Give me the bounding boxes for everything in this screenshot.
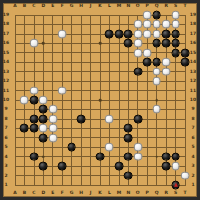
white-stone <box>143 20 152 29</box>
row-label-left: 16 <box>1 40 11 46</box>
grid-line <box>15 52 186 53</box>
white-stone <box>39 96 48 105</box>
row-label-right: 2 <box>188 173 198 179</box>
grid-line <box>90 15 91 186</box>
white-stone <box>162 20 171 29</box>
white-stone <box>39 124 48 133</box>
row-label-right: 16 <box>188 40 198 46</box>
black-stone <box>105 29 114 38</box>
row-label-left: 9 <box>1 106 11 112</box>
row-label-left: 2 <box>1 173 11 179</box>
star-point <box>99 42 102 45</box>
star-point <box>42 155 45 158</box>
white-stone <box>171 11 180 20</box>
black-stone <box>171 48 180 57</box>
black-stone <box>171 39 180 48</box>
white-stone <box>143 29 152 38</box>
white-stone <box>133 152 142 161</box>
black-stone <box>39 133 48 142</box>
grid-line <box>15 90 186 91</box>
white-stone <box>171 162 180 171</box>
go-board[interactable]: AABBCCDDEEFFGGHHJJKKLLMMNNOOPPQQRRSSTT19… <box>3 3 197 197</box>
black-stone <box>77 114 86 123</box>
star-point <box>42 42 45 45</box>
white-stone <box>133 29 142 38</box>
white-stone <box>181 171 190 180</box>
row-label-left: 5 <box>1 144 11 150</box>
grid-line <box>147 15 148 186</box>
black-stone <box>29 96 38 105</box>
row-label-right: 6 <box>188 135 198 141</box>
black-stone <box>171 152 180 161</box>
star-point <box>155 99 158 102</box>
row-label-right: 15 <box>188 50 198 56</box>
black-stone <box>124 29 133 38</box>
black-stone <box>124 171 133 180</box>
white-stone <box>133 143 142 152</box>
black-stone <box>124 124 133 133</box>
star-point <box>99 99 102 102</box>
row-label-left: 17 <box>1 31 11 37</box>
black-stone <box>133 67 142 76</box>
row-label-left: 18 <box>1 21 11 27</box>
row-label-right: 12 <box>188 78 198 84</box>
black-stone <box>67 143 76 152</box>
white-stone <box>162 58 171 67</box>
black-stone <box>39 114 48 123</box>
black-stone <box>96 152 105 161</box>
white-stone <box>20 96 29 105</box>
white-stone <box>48 133 57 142</box>
grid-line <box>185 15 186 186</box>
go-app-window: AABBCCDDEEFFGGHHJJKKLLMMNNOOPPQQRRSSTT19… <box>0 0 200 200</box>
column-label-top: T <box>180 3 190 9</box>
black-stone <box>152 11 161 20</box>
row-label-right: 19 <box>188 12 198 18</box>
star-point <box>155 155 158 158</box>
black-stone <box>181 58 190 67</box>
white-stone <box>29 39 38 48</box>
white-stone <box>143 48 152 57</box>
row-label-left: 11 <box>1 88 11 94</box>
white-stone <box>105 143 114 152</box>
grid-line <box>15 175 186 176</box>
white-stone <box>48 105 57 114</box>
black-stone <box>162 39 171 48</box>
grid-line <box>15 185 186 186</box>
black-stone <box>162 162 171 171</box>
black-stone <box>29 114 38 123</box>
white-stone <box>48 124 57 133</box>
last-move-marker <box>174 183 178 187</box>
black-stone <box>152 58 161 67</box>
row-label-right: 9 <box>188 106 198 112</box>
white-stone <box>133 20 142 29</box>
grid-line <box>119 15 120 186</box>
white-stone <box>58 86 67 95</box>
row-label-right: 3 <box>188 163 198 169</box>
grid-line <box>52 15 53 186</box>
row-label-left: 13 <box>1 69 11 75</box>
white-stone <box>48 114 57 123</box>
black-stone <box>124 152 133 161</box>
white-stone <box>133 39 142 48</box>
row-label-right: 7 <box>188 125 198 131</box>
row-label-left: 14 <box>1 59 11 65</box>
row-label-left: 4 <box>1 154 11 160</box>
black-stone <box>114 29 123 38</box>
white-stone <box>152 29 161 38</box>
column-label-bottom: T <box>180 190 190 196</box>
black-stone <box>29 152 38 161</box>
row-label-left: 6 <box>1 135 11 141</box>
grid-line <box>15 15 16 186</box>
black-stone <box>133 114 142 123</box>
white-stone <box>152 105 161 114</box>
row-label-right: 18 <box>188 21 198 27</box>
grid-line <box>81 15 82 186</box>
black-stone <box>39 162 48 171</box>
black-stone <box>162 29 171 38</box>
white-stone <box>143 11 152 20</box>
row-label-left: 1 <box>1 182 11 188</box>
black-stone <box>39 105 48 114</box>
row-label-right: 1 <box>188 182 198 188</box>
black-stone <box>29 124 38 133</box>
row-label-left: 15 <box>1 50 11 56</box>
white-stone <box>58 29 67 38</box>
row-label-left: 3 <box>1 163 11 169</box>
black-stone <box>124 39 133 48</box>
white-stone <box>171 20 180 29</box>
white-stone <box>29 86 38 95</box>
row-label-right: 11 <box>188 88 198 94</box>
black-stone <box>58 162 67 171</box>
grid-line <box>15 147 186 148</box>
black-stone <box>124 133 133 142</box>
black-stone <box>143 58 152 67</box>
white-stone <box>105 114 114 123</box>
black-stone <box>114 162 123 171</box>
row-label-left: 10 <box>1 97 11 103</box>
grid-line <box>71 15 72 186</box>
grid-line <box>62 15 63 186</box>
black-stone <box>152 39 161 48</box>
row-label-right: 10 <box>188 97 198 103</box>
white-stone <box>133 48 142 57</box>
row-label-left: 7 <box>1 125 11 131</box>
row-label-left: 12 <box>1 78 11 84</box>
row-label-right: 5 <box>188 144 198 150</box>
grid-line <box>109 15 110 186</box>
row-label-right: 14 <box>188 59 198 65</box>
row-label-right: 4 <box>188 154 198 160</box>
white-stone <box>152 67 161 76</box>
row-label-right: 17 <box>188 31 198 37</box>
white-stone <box>152 77 161 86</box>
row-label-left: 8 <box>1 116 11 122</box>
white-stone <box>152 20 161 29</box>
row-label-right: 8 <box>188 116 198 122</box>
row-label-right: 13 <box>188 69 198 75</box>
black-stone <box>171 29 180 38</box>
black-stone <box>20 124 29 133</box>
black-stone <box>181 48 190 57</box>
black-stone <box>162 152 171 161</box>
white-stone <box>162 67 171 76</box>
row-label-left: 19 <box>1 12 11 18</box>
